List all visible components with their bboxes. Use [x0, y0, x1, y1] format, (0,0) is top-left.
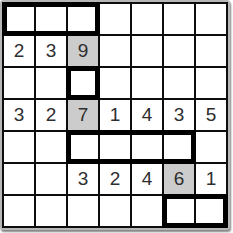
cell-r7c6[interactable]: [164, 196, 194, 226]
cell-r4c4: 1: [100, 100, 130, 130]
cell-r3c2[interactable]: [36, 68, 66, 98]
cell-r3c4[interactable]: [100, 68, 130, 98]
cell-r5c5[interactable]: [132, 132, 162, 162]
cell-r1c4[interactable]: [100, 4, 130, 34]
cell-r6c6: 6: [164, 164, 194, 194]
cell-r2c2: 3: [36, 36, 66, 66]
cell-r3c5[interactable]: [132, 68, 162, 98]
puzzle-grid: 239327143532461: [2, 2, 228, 228]
cell-r7c1[interactable]: [4, 196, 34, 226]
cell-r5c4[interactable]: [100, 132, 130, 162]
cell-r5c7[interactable]: [196, 132, 226, 162]
cell-r3c7[interactable]: [196, 68, 226, 98]
cell-r2c4[interactable]: [100, 36, 130, 66]
cell-r4c7: 5: [196, 100, 226, 130]
cell-r7c3[interactable]: [68, 196, 98, 226]
cell-r2c7[interactable]: [196, 36, 226, 66]
cell-r1c6[interactable]: [164, 4, 194, 34]
cell-r7c4[interactable]: [100, 196, 130, 226]
cell-r5c2[interactable]: [36, 132, 66, 162]
cell-r4c1: 3: [4, 100, 34, 130]
cell-r6c4: 2: [100, 164, 130, 194]
cell-r7c5[interactable]: [132, 196, 162, 226]
puzzle-frame: 239327143532461: [0, 0, 230, 230]
cell-r5c6[interactable]: [164, 132, 194, 162]
cell-r6c1[interactable]: [4, 164, 34, 194]
cell-r7c2[interactable]: [36, 196, 66, 226]
cell-r5c1[interactable]: [4, 132, 34, 162]
cell-r1c3[interactable]: [68, 4, 98, 34]
cell-r3c6[interactable]: [164, 68, 194, 98]
cell-r1c7[interactable]: [196, 4, 226, 34]
cell-r2c1: 2: [4, 36, 34, 66]
cell-r1c5[interactable]: [132, 4, 162, 34]
cell-r4c6: 3: [164, 100, 194, 130]
cell-r2c5[interactable]: [132, 36, 162, 66]
cell-r6c3: 3: [68, 164, 98, 194]
cell-r3c1[interactable]: [4, 68, 34, 98]
cell-r6c5: 4: [132, 164, 162, 194]
cell-r7c7[interactable]: [196, 196, 226, 226]
cell-r5c3[interactable]: [68, 132, 98, 162]
cell-r1c1[interactable]: [4, 4, 34, 34]
cell-r4c5: 4: [132, 100, 162, 130]
cell-r2c3: 9: [68, 36, 98, 66]
cell-r6c2[interactable]: [36, 164, 66, 194]
cell-r3c3[interactable]: [68, 68, 98, 98]
cell-r4c3: 7: [68, 100, 98, 130]
cell-r4c2: 2: [36, 100, 66, 130]
cell-r6c7: 1: [196, 164, 226, 194]
cell-r1c2[interactable]: [36, 4, 66, 34]
cell-r2c6[interactable]: [164, 36, 194, 66]
